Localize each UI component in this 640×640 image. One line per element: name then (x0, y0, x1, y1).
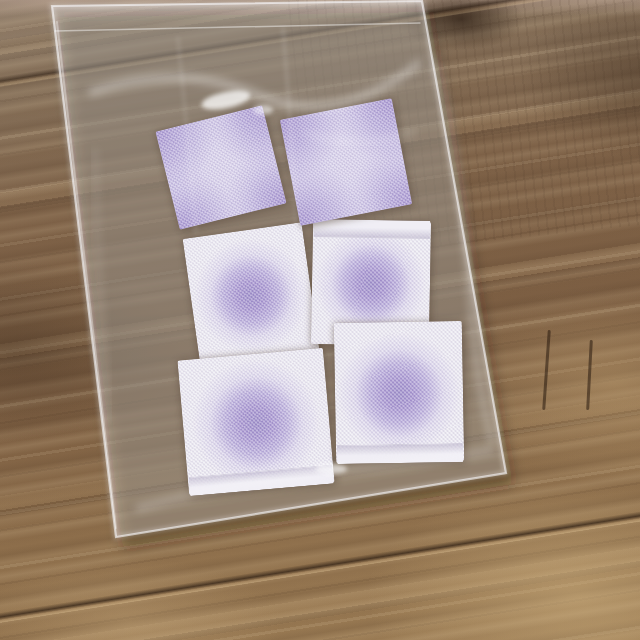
gloss-spot-bottom (315, 464, 347, 474)
plastic-bag-gloss (0, 0, 640, 640)
gloss-spot-small (253, 105, 273, 115)
photo-scene (0, 0, 640, 640)
